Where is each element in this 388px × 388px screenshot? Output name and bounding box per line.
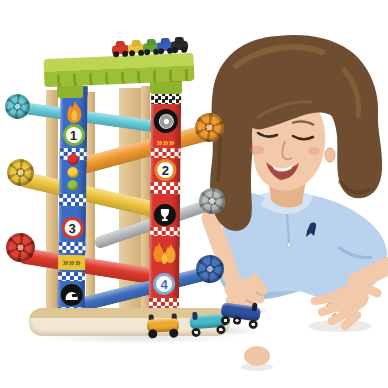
chevrons-icon: »»» bbox=[58, 255, 85, 270]
checker-band bbox=[58, 242, 85, 253]
platform-collar-right bbox=[150, 82, 182, 94]
ramp-5-end-cap bbox=[6, 233, 35, 262]
ear bbox=[325, 148, 335, 162]
ramp-1-end-cap bbox=[5, 94, 30, 119]
floor-car-yellow bbox=[147, 313, 180, 338]
checker-band bbox=[59, 194, 86, 206]
left-pillar: »»» 1 3 »»» bbox=[57, 86, 87, 322]
hand-shadow bbox=[308, 320, 372, 332]
knee bbox=[244, 346, 270, 366]
race-wheel-icon bbox=[154, 109, 178, 133]
parked-car-black bbox=[171, 41, 188, 51]
number-badge-3: 3 bbox=[61, 217, 83, 239]
right-pillar: »»» 2 4 bbox=[149, 80, 182, 322]
racing-helmet-icon bbox=[60, 284, 82, 306]
chevrons-icon: »»» bbox=[151, 136, 181, 148]
checker-band bbox=[58, 272, 85, 281]
floor-car-blue bbox=[219, 298, 261, 329]
number-badge-4: 4 bbox=[153, 273, 175, 295]
checker-band bbox=[150, 182, 180, 194]
traffic-light-red bbox=[68, 154, 79, 165]
shirt-button bbox=[287, 243, 291, 247]
number-badge-1: 1 bbox=[62, 124, 84, 146]
number-badge-2: 2 bbox=[154, 159, 176, 181]
photo-scene: »»» 1 3 »»» »»» bbox=[0, 0, 388, 388]
wood-column-back-left bbox=[46, 90, 58, 312]
ramp-3-end-cap bbox=[7, 159, 34, 186]
traffic-light-green bbox=[67, 180, 78, 191]
trophy-icon bbox=[154, 204, 176, 226]
ramp-2-end-cap bbox=[195, 113, 224, 142]
ramp-4-end-cap bbox=[199, 188, 225, 214]
checker-band bbox=[150, 148, 180, 158]
parked-car-red bbox=[112, 45, 129, 55]
checker-band bbox=[150, 227, 180, 236]
traffic-light-yellow bbox=[67, 167, 78, 178]
flames-icon bbox=[149, 238, 179, 270]
ramp-6-end-cap bbox=[196, 255, 224, 283]
